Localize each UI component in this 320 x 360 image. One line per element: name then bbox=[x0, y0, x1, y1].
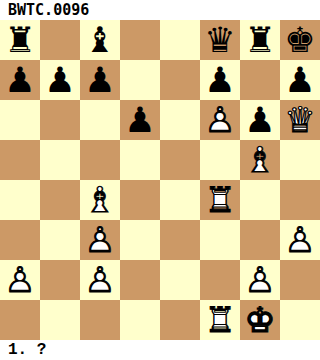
white-pawn-piece: ♙ bbox=[80, 260, 120, 300]
square-h5[interactable] bbox=[280, 140, 320, 180]
black-pawn-piece: ♟ bbox=[240, 100, 280, 140]
square-g4[interactable] bbox=[240, 180, 280, 220]
black-pawn-piece: ♟ bbox=[80, 60, 120, 100]
square-b8[interactable] bbox=[40, 20, 80, 60]
black-pawn-piece: ♟ bbox=[40, 60, 80, 100]
square-f7[interactable]: ♟ bbox=[200, 60, 240, 100]
square-a1[interactable] bbox=[0, 300, 40, 340]
white-rook-piece: ♖ bbox=[200, 180, 240, 220]
square-h2[interactable] bbox=[280, 260, 320, 300]
square-a8[interactable]: ♜ bbox=[0, 20, 40, 60]
square-e1[interactable] bbox=[160, 300, 200, 340]
square-g7[interactable] bbox=[240, 60, 280, 100]
white-pawn-piece: ♙ bbox=[240, 260, 280, 300]
square-d3[interactable] bbox=[120, 220, 160, 260]
square-c2[interactable]: ♟♙ bbox=[80, 260, 120, 300]
square-e3[interactable] bbox=[160, 220, 200, 260]
white-pawn-piece: ♙ bbox=[80, 220, 120, 260]
square-f6[interactable]: ♟♙ bbox=[200, 100, 240, 140]
square-b5[interactable] bbox=[40, 140, 80, 180]
title-bar: BWTC.0096 bbox=[0, 0, 320, 20]
square-g2[interactable]: ♟♙ bbox=[240, 260, 280, 300]
puzzle-id-label: BWTC.0096 bbox=[8, 1, 89, 19]
square-b1[interactable] bbox=[40, 300, 80, 340]
square-b4[interactable] bbox=[40, 180, 80, 220]
black-pawn-piece: ♟ bbox=[200, 60, 240, 100]
square-e2[interactable] bbox=[160, 260, 200, 300]
chess-board: ♜♝♛♜♚♟♟♟♟♟♟♟♙♟♛♕♝♗♝♗♜♖♟♙♟♙♟♙♟♙♟♙♜♖♚♔ bbox=[0, 20, 320, 340]
square-b2[interactable] bbox=[40, 260, 80, 300]
square-d5[interactable] bbox=[120, 140, 160, 180]
square-g3[interactable] bbox=[240, 220, 280, 260]
white-queen-piece: ♕ bbox=[280, 100, 320, 140]
square-c5[interactable] bbox=[80, 140, 120, 180]
square-a3[interactable] bbox=[0, 220, 40, 260]
square-h8[interactable]: ♚ bbox=[280, 20, 320, 60]
square-f5[interactable] bbox=[200, 140, 240, 180]
square-a4[interactable] bbox=[0, 180, 40, 220]
square-g8[interactable]: ♜ bbox=[240, 20, 280, 60]
square-c6[interactable] bbox=[80, 100, 120, 140]
square-f4[interactable]: ♜♖ bbox=[200, 180, 240, 220]
black-king-piece: ♚ bbox=[280, 20, 320, 60]
square-a2[interactable]: ♟♙ bbox=[0, 260, 40, 300]
square-e7[interactable] bbox=[160, 60, 200, 100]
black-queen-piece: ♛ bbox=[200, 20, 240, 60]
white-pawn-piece: ♙ bbox=[0, 260, 40, 300]
square-f2[interactable] bbox=[200, 260, 240, 300]
square-f3[interactable] bbox=[200, 220, 240, 260]
chess-puzzle-app: BWTC.0096 ♜♝♛♜♚♟♟♟♟♟♟♟♙♟♛♕♝♗♝♗♜♖♟♙♟♙♟♙♟♙… bbox=[0, 0, 320, 360]
move-prompt-label: 1. ? bbox=[8, 341, 46, 359]
square-c3[interactable]: ♟♙ bbox=[80, 220, 120, 260]
square-d4[interactable] bbox=[120, 180, 160, 220]
white-king-piece: ♔ bbox=[240, 300, 280, 340]
square-h3[interactable]: ♟♙ bbox=[280, 220, 320, 260]
black-pawn-piece: ♟ bbox=[120, 100, 160, 140]
black-bishop-piece: ♝ bbox=[80, 20, 120, 60]
white-bishop-piece: ♗ bbox=[240, 140, 280, 180]
square-f1[interactable]: ♜♖ bbox=[200, 300, 240, 340]
square-c1[interactable] bbox=[80, 300, 120, 340]
square-d1[interactable] bbox=[120, 300, 160, 340]
black-rook-piece: ♜ bbox=[240, 20, 280, 60]
square-h1[interactable] bbox=[280, 300, 320, 340]
square-d2[interactable] bbox=[120, 260, 160, 300]
white-bishop-piece: ♗ bbox=[80, 180, 120, 220]
square-e4[interactable] bbox=[160, 180, 200, 220]
black-pawn-piece: ♟ bbox=[280, 60, 320, 100]
square-a6[interactable] bbox=[0, 100, 40, 140]
square-c7[interactable]: ♟ bbox=[80, 60, 120, 100]
square-g1[interactable]: ♚♔ bbox=[240, 300, 280, 340]
square-e5[interactable] bbox=[160, 140, 200, 180]
square-b3[interactable] bbox=[40, 220, 80, 260]
square-g5[interactable]: ♝♗ bbox=[240, 140, 280, 180]
square-a7[interactable]: ♟ bbox=[0, 60, 40, 100]
square-a5[interactable] bbox=[0, 140, 40, 180]
white-rook-piece: ♖ bbox=[200, 300, 240, 340]
square-g6[interactable]: ♟ bbox=[240, 100, 280, 140]
square-e6[interactable] bbox=[160, 100, 200, 140]
square-c4[interactable]: ♝♗ bbox=[80, 180, 120, 220]
square-b6[interactable] bbox=[40, 100, 80, 140]
square-d8[interactable] bbox=[120, 20, 160, 60]
white-pawn-piece: ♙ bbox=[280, 220, 320, 260]
square-b7[interactable]: ♟ bbox=[40, 60, 80, 100]
square-h7[interactable]: ♟ bbox=[280, 60, 320, 100]
square-d7[interactable] bbox=[120, 60, 160, 100]
square-c8[interactable]: ♝ bbox=[80, 20, 120, 60]
black-rook-piece: ♜ bbox=[0, 20, 40, 60]
black-pawn-piece: ♟ bbox=[0, 60, 40, 100]
square-h6[interactable]: ♛♕ bbox=[280, 100, 320, 140]
prompt-bar: 1. ? bbox=[0, 340, 320, 360]
square-e8[interactable] bbox=[160, 20, 200, 60]
square-h4[interactable] bbox=[280, 180, 320, 220]
square-f8[interactable]: ♛ bbox=[200, 20, 240, 60]
white-pawn-piece: ♙ bbox=[200, 100, 240, 140]
square-d6[interactable]: ♟ bbox=[120, 100, 160, 140]
